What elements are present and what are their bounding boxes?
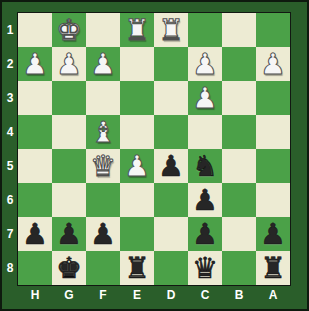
square-f6[interactable] xyxy=(86,183,120,217)
square-h1[interactable] xyxy=(18,13,52,47)
square-h8[interactable] xyxy=(18,251,52,285)
square-b4[interactable] xyxy=(222,115,256,149)
rank-label-7: 7 xyxy=(2,217,18,251)
black-king-g8: ♚ xyxy=(56,251,82,285)
white-queen-f5: ♛ xyxy=(90,149,116,183)
rank-label-4: 4 xyxy=(2,115,18,149)
square-b8[interactable] xyxy=(222,251,256,285)
square-d1[interactable]: ♜ xyxy=(154,13,188,47)
square-d5[interactable]: ♟ xyxy=(154,149,188,183)
square-d6[interactable] xyxy=(154,183,188,217)
rank-label-2: 2 xyxy=(2,47,18,81)
square-d4[interactable] xyxy=(154,115,188,149)
square-b1[interactable] xyxy=(222,13,256,47)
rank-label-1: 1 xyxy=(2,13,18,47)
square-g1[interactable]: ♚ xyxy=(52,13,86,47)
square-f3[interactable] xyxy=(86,81,120,115)
square-c7[interactable]: ♟ xyxy=(188,217,222,251)
black-pawn-d5: ♟ xyxy=(158,149,184,183)
square-e4[interactable] xyxy=(120,115,154,149)
square-f5[interactable]: ♛ xyxy=(86,149,120,183)
file-label-b: B xyxy=(222,285,256,309)
square-e1[interactable]: ♜ xyxy=(120,13,154,47)
square-h3[interactable] xyxy=(18,81,52,115)
square-g4[interactable] xyxy=(52,115,86,149)
square-g3[interactable] xyxy=(52,81,86,115)
white-pawn-c2: ♟ xyxy=(192,47,218,81)
white-rook-e1: ♜ xyxy=(124,13,150,47)
black-pawn-c6: ♟ xyxy=(192,183,218,217)
square-g5[interactable] xyxy=(52,149,86,183)
square-c8[interactable]: ♛ xyxy=(188,251,222,285)
square-a4[interactable] xyxy=(256,115,290,149)
square-a1[interactable] xyxy=(256,13,290,47)
square-d7[interactable] xyxy=(154,217,188,251)
black-rook-e8: ♜ xyxy=(124,251,150,285)
square-e7[interactable] xyxy=(120,217,154,251)
square-h5[interactable] xyxy=(18,149,52,183)
black-queen-c8: ♛ xyxy=(192,251,218,285)
file-label-h: H xyxy=(18,285,52,309)
square-c3[interactable]: ♟ xyxy=(188,81,222,115)
square-b6[interactable] xyxy=(222,183,256,217)
square-d8[interactable] xyxy=(154,251,188,285)
white-king-g1: ♚ xyxy=(56,13,82,47)
square-d3[interactable] xyxy=(154,81,188,115)
square-b3[interactable] xyxy=(222,81,256,115)
black-pawn-a7: ♟ xyxy=(260,217,286,251)
square-f7[interactable]: ♟ xyxy=(86,217,120,251)
file-label-a: A xyxy=(256,285,290,309)
square-a7[interactable]: ♟ xyxy=(256,217,290,251)
square-a8[interactable]: ♜ xyxy=(256,251,290,285)
square-h7[interactable]: ♟ xyxy=(18,217,52,251)
square-e3[interactable] xyxy=(120,81,154,115)
file-label-g: G xyxy=(52,285,86,309)
square-f4[interactable]: ♝ xyxy=(86,115,120,149)
square-f1[interactable] xyxy=(86,13,120,47)
black-pawn-h7: ♟ xyxy=(22,217,48,251)
square-f2[interactable]: ♟ xyxy=(86,47,120,81)
white-pawn-f2: ♟ xyxy=(90,47,116,81)
rank-label-6: 6 xyxy=(2,183,18,217)
square-a5[interactable] xyxy=(256,149,290,183)
square-c1[interactable] xyxy=(188,13,222,47)
square-d2[interactable] xyxy=(154,47,188,81)
rank-label-5: 5 xyxy=(2,149,18,183)
white-pawn-g2: ♟ xyxy=(56,47,82,81)
chess-board-frame: 12345678 ♚♜♜♟♟♟♟♟♟♝♛♟♟♞♟♟♟♟♟♟♚♜♛♜ HGFEDC… xyxy=(0,0,309,311)
file-labels: HGFEDCBA xyxy=(18,285,290,309)
square-a6[interactable] xyxy=(256,183,290,217)
square-e2[interactable] xyxy=(120,47,154,81)
square-b5[interactable] xyxy=(222,149,256,183)
square-a2[interactable]: ♟ xyxy=(256,47,290,81)
black-pawn-c7: ♟ xyxy=(192,217,218,251)
square-f8[interactable] xyxy=(86,251,120,285)
rank-label-3: 3 xyxy=(2,81,18,115)
black-rook-a8: ♜ xyxy=(260,251,286,285)
black-pawn-f7: ♟ xyxy=(90,217,116,251)
square-g8[interactable]: ♚ xyxy=(52,251,86,285)
square-b7[interactable] xyxy=(222,217,256,251)
square-c5[interactable]: ♞ xyxy=(188,149,222,183)
white-pawn-e5: ♟ xyxy=(124,149,150,183)
file-label-c: C xyxy=(188,285,222,309)
square-e8[interactable]: ♜ xyxy=(120,251,154,285)
square-e5[interactable]: ♟ xyxy=(120,149,154,183)
white-pawn-h2: ♟ xyxy=(22,47,48,81)
white-rook-d1: ♜ xyxy=(158,13,184,47)
file-label-d: D xyxy=(154,285,188,309)
square-g7[interactable]: ♟ xyxy=(52,217,86,251)
rank-label-8: 8 xyxy=(2,251,18,285)
square-g6[interactable] xyxy=(52,183,86,217)
white-bishop-f4: ♝ xyxy=(90,115,116,149)
square-h2[interactable]: ♟ xyxy=(18,47,52,81)
chess-board: ♚♜♜♟♟♟♟♟♟♝♛♟♟♞♟♟♟♟♟♟♚♜♛♜ xyxy=(18,13,290,285)
white-pawn-c3: ♟ xyxy=(192,81,218,115)
square-c4[interactable] xyxy=(188,115,222,149)
square-h6[interactable] xyxy=(18,183,52,217)
square-h4[interactable] xyxy=(18,115,52,149)
square-a3[interactable] xyxy=(256,81,290,115)
rank-labels: 12345678 xyxy=(2,13,18,285)
file-label-f: F xyxy=(86,285,120,309)
square-c2[interactable]: ♟ xyxy=(188,47,222,81)
file-label-e: E xyxy=(120,285,154,309)
square-e6[interactable] xyxy=(120,183,154,217)
black-pawn-g7: ♟ xyxy=(56,217,82,251)
white-pawn-a2: ♟ xyxy=(260,47,286,81)
square-g2[interactable]: ♟ xyxy=(52,47,86,81)
square-c6[interactable]: ♟ xyxy=(188,183,222,217)
square-b2[interactable] xyxy=(222,47,256,81)
black-knight-c5: ♞ xyxy=(192,149,218,183)
